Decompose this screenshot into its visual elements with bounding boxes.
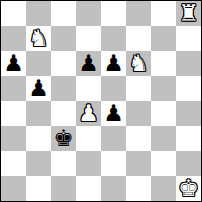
square-g4[interactable] (151, 101, 176, 126)
square-g7[interactable] (151, 26, 176, 51)
square-b3[interactable] (26, 126, 51, 151)
square-a8[interactable] (1, 1, 26, 26)
square-f1[interactable] (126, 176, 151, 201)
piece-black-pawn[interactable]: ♟ (78, 51, 99, 76)
square-f8[interactable] (126, 1, 151, 26)
piece-white-knight[interactable]: ♞ (128, 51, 149, 76)
square-f4[interactable] (126, 101, 151, 126)
square-e1[interactable] (101, 176, 126, 201)
square-d5[interactable] (76, 76, 101, 101)
square-a7[interactable] (1, 26, 26, 51)
square-d3[interactable] (76, 126, 101, 151)
square-b1[interactable] (26, 176, 51, 201)
square-e6[interactable]: ♟ (101, 51, 126, 76)
square-c3[interactable]: ♚ (51, 126, 76, 151)
square-e8[interactable] (101, 1, 126, 26)
square-a2[interactable] (1, 151, 26, 176)
square-c5[interactable] (51, 76, 76, 101)
piece-black-pawn[interactable]: ♟ (28, 76, 49, 101)
piece-white-knight[interactable]: ♞ (28, 26, 49, 51)
square-f6[interactable]: ♞ (126, 51, 151, 76)
square-c7[interactable] (51, 26, 76, 51)
piece-black-pawn[interactable]: ♟ (3, 51, 24, 76)
square-h4[interactable] (176, 101, 201, 126)
square-f5[interactable] (126, 76, 151, 101)
piece-white-pawn[interactable]: ♟ (78, 101, 99, 126)
square-e7[interactable] (101, 26, 126, 51)
square-h3[interactable] (176, 126, 201, 151)
square-d1[interactable] (76, 176, 101, 201)
piece-white-rook[interactable]: ♜ (178, 1, 199, 26)
square-f3[interactable] (126, 126, 151, 151)
piece-white-king[interactable]: ♚ (178, 176, 199, 201)
square-g5[interactable] (151, 76, 176, 101)
piece-black-pawn[interactable]: ♟ (103, 101, 124, 126)
square-g1[interactable] (151, 176, 176, 201)
square-d4[interactable]: ♟ (76, 101, 101, 126)
square-a4[interactable] (1, 101, 26, 126)
square-f2[interactable] (126, 151, 151, 176)
square-h8[interactable]: ♜ (176, 1, 201, 26)
square-h5[interactable] (176, 76, 201, 101)
square-c8[interactable] (51, 1, 76, 26)
square-b5[interactable]: ♟ (26, 76, 51, 101)
square-d6[interactable]: ♟ (76, 51, 101, 76)
chess-diagram: ♜♞♟♟♟♞♟♟♟♚♚ (0, 0, 202, 202)
square-h1[interactable]: ♚ (176, 176, 201, 201)
square-d2[interactable] (76, 151, 101, 176)
square-f7[interactable] (126, 26, 151, 51)
square-b6[interactable] (26, 51, 51, 76)
square-e4[interactable]: ♟ (101, 101, 126, 126)
square-g8[interactable] (151, 1, 176, 26)
square-a1[interactable] (1, 176, 26, 201)
square-e5[interactable] (101, 76, 126, 101)
square-g6[interactable] (151, 51, 176, 76)
square-e2[interactable] (101, 151, 126, 176)
square-b2[interactable] (26, 151, 51, 176)
piece-black-pawn[interactable]: ♟ (103, 51, 124, 76)
square-c1[interactable] (51, 176, 76, 201)
chess-board: ♜♞♟♟♟♞♟♟♟♚♚ (0, 0, 202, 202)
square-h6[interactable] (176, 51, 201, 76)
square-a6[interactable]: ♟ (1, 51, 26, 76)
square-d8[interactable] (76, 1, 101, 26)
square-d7[interactable] (76, 26, 101, 51)
square-b4[interactable] (26, 101, 51, 126)
square-b8[interactable] (26, 1, 51, 26)
square-g3[interactable] (151, 126, 176, 151)
square-h2[interactable] (176, 151, 201, 176)
square-a5[interactable] (1, 76, 26, 101)
square-c6[interactable] (51, 51, 76, 76)
square-b7[interactable]: ♞ (26, 26, 51, 51)
square-a3[interactable] (1, 126, 26, 151)
square-c4[interactable] (51, 101, 76, 126)
square-e3[interactable] (101, 126, 126, 151)
square-c2[interactable] (51, 151, 76, 176)
square-g2[interactable] (151, 151, 176, 176)
piece-black-king[interactable]: ♚ (53, 126, 74, 151)
square-h7[interactable] (176, 26, 201, 51)
